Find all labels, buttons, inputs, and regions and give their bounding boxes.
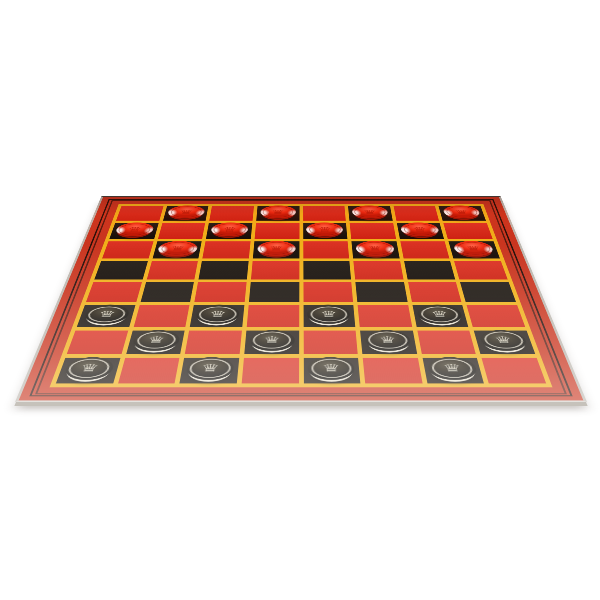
piece-ring xyxy=(403,224,437,236)
square-r8c6 xyxy=(363,358,423,384)
square-r1c3 xyxy=(209,206,253,221)
red-checker[interactable]: ♛ xyxy=(306,222,343,236)
square-r8c2 xyxy=(118,358,180,384)
piece-ring xyxy=(310,306,348,322)
square-r1c5 xyxy=(303,206,346,221)
piece-ring xyxy=(170,207,203,218)
square-r4c7[interactable] xyxy=(404,261,456,280)
crown-emblem: ♛ xyxy=(442,363,463,373)
crown-emblem: ♛ xyxy=(146,335,166,344)
crown-emblem: ♛ xyxy=(454,209,470,215)
red-checker[interactable]: ♛ xyxy=(157,241,199,256)
square-r5c3 xyxy=(195,282,247,302)
red-checker[interactable]: ♛ xyxy=(400,222,440,236)
square-r3c5 xyxy=(303,241,349,258)
square-r4c5[interactable] xyxy=(303,261,351,280)
square-r4c2 xyxy=(146,261,198,280)
square-r3c6[interactable]: ♛ xyxy=(352,241,400,258)
square-r6c1[interactable]: ♛ xyxy=(77,305,135,327)
square-r5c5 xyxy=(303,282,353,302)
crown-emblem: ♛ xyxy=(126,226,143,232)
square-r6c4 xyxy=(247,305,299,327)
red-checker[interactable]: ♛ xyxy=(210,222,249,236)
square-r7c5 xyxy=(303,330,358,354)
piece-ring xyxy=(455,242,492,254)
red-checker[interactable]: ♛ xyxy=(114,222,155,236)
crown-emblem: ♛ xyxy=(271,209,286,215)
crown-emblem: ♛ xyxy=(209,310,227,319)
square-r2c2 xyxy=(158,223,206,239)
black-checker[interactable]: ♛ xyxy=(195,305,241,324)
square-r5c1 xyxy=(86,282,142,302)
crown-emblem: ♛ xyxy=(465,245,483,252)
square-r5c2[interactable] xyxy=(140,282,194,302)
square-r7c4[interactable]: ♛ xyxy=(244,330,299,354)
square-r6c5[interactable]: ♛ xyxy=(303,305,355,327)
square-r1c7 xyxy=(393,206,439,221)
checkers-board: ♛♛♛♛♛♛♛♛♛♛♛♛♛♛♛♛♛♛♛♛♛♛♛♛ xyxy=(15,196,587,402)
crown-emblem: ♛ xyxy=(178,209,194,215)
crown-emblem: ♛ xyxy=(222,226,238,232)
crown-emblem: ♛ xyxy=(367,245,383,252)
square-r8c5[interactable]: ♛ xyxy=(303,358,360,384)
square-r1c2[interactable]: ♛ xyxy=(163,206,209,221)
square-r3c1 xyxy=(102,241,153,258)
square-r2c3[interactable]: ♛ xyxy=(206,223,252,239)
board-grid: ♛♛♛♛♛♛♛♛♛♛♛♛♛♛♛♛♛♛♛♛♛♛♛♛ xyxy=(50,204,553,388)
crown-emblem: ♛ xyxy=(200,363,220,373)
piece-ring xyxy=(358,242,393,254)
piece-ring xyxy=(309,224,341,236)
piece-ring xyxy=(117,224,152,236)
black-checker[interactable]: ♛ xyxy=(364,330,412,351)
square-r8c7[interactable]: ♛ xyxy=(422,358,484,384)
square-r3c4[interactable]: ♛ xyxy=(253,241,299,258)
piece-ring xyxy=(482,332,526,349)
square-r2c1[interactable]: ♛ xyxy=(109,223,158,239)
square-r3c2[interactable]: ♛ xyxy=(152,241,202,258)
crown-emblem: ♛ xyxy=(493,335,514,344)
square-r2c7[interactable]: ♛ xyxy=(397,223,445,239)
board-perspective-wrap: ♛♛♛♛♛♛♛♛♛♛♛♛♛♛♛♛♛♛♛♛♛♛♛♛ xyxy=(15,0,587,402)
piece-ring xyxy=(66,359,112,378)
red-checker[interactable]: ♛ xyxy=(452,241,495,256)
black-checker[interactable]: ♛ xyxy=(62,357,116,380)
crown-emblem: ♛ xyxy=(317,226,332,232)
square-r1c1 xyxy=(116,206,163,221)
square-r4c1[interactable] xyxy=(94,261,147,280)
piece-ring xyxy=(354,207,386,218)
crown-emblem: ♛ xyxy=(263,335,281,344)
square-r7c8[interactable]: ♛ xyxy=(474,330,535,354)
square-r2c8 xyxy=(444,223,493,239)
square-r5c4[interactable] xyxy=(249,282,299,302)
square-r6c6 xyxy=(358,305,412,327)
crown-emblem: ♛ xyxy=(97,310,117,319)
square-r7c3 xyxy=(185,330,242,354)
piece-ring xyxy=(259,242,292,254)
square-r6c3[interactable]: ♛ xyxy=(190,305,244,327)
red-checker[interactable]: ♛ xyxy=(442,205,482,218)
square-r4c8 xyxy=(454,261,507,280)
red-checker[interactable]: ♛ xyxy=(351,205,388,218)
crown-emblem: ♛ xyxy=(362,209,377,215)
black-checker[interactable]: ♛ xyxy=(249,330,295,351)
crown-emblem: ♛ xyxy=(378,335,397,344)
piece-ring xyxy=(189,359,232,378)
square-r2c4 xyxy=(255,223,300,239)
black-checker[interactable]: ♛ xyxy=(307,305,351,324)
square-r7c7 xyxy=(417,330,476,354)
square-r6c7[interactable]: ♛ xyxy=(412,305,468,327)
crown-emblem: ♛ xyxy=(320,310,338,319)
square-r7c6[interactable]: ♛ xyxy=(360,330,417,354)
crown-emblem: ♛ xyxy=(78,363,100,373)
black-checker[interactable]: ♛ xyxy=(308,357,356,380)
piece-ring xyxy=(213,224,246,236)
black-checker[interactable]: ♛ xyxy=(478,330,530,351)
piece-ring xyxy=(311,359,352,378)
black-checker[interactable]: ♛ xyxy=(427,357,479,380)
crown-emblem: ♛ xyxy=(412,226,428,232)
square-r4c4 xyxy=(251,261,299,280)
piece-ring xyxy=(445,207,479,218)
red-checker[interactable]: ♛ xyxy=(257,241,296,256)
square-r6c8 xyxy=(467,305,525,327)
square-r5c6[interactable] xyxy=(356,282,408,302)
black-checker[interactable]: ♛ xyxy=(131,330,181,351)
piece-ring xyxy=(135,332,178,349)
square-r7c1 xyxy=(67,330,128,354)
square-r2c5[interactable]: ♛ xyxy=(303,223,348,239)
square-r5c8[interactable] xyxy=(460,282,516,302)
square-r8c3[interactable]: ♛ xyxy=(180,358,240,384)
square-r8c1[interactable]: ♛ xyxy=(56,358,120,384)
square-r1c4[interactable]: ♛ xyxy=(256,206,299,221)
square-r1c6[interactable]: ♛ xyxy=(348,206,392,221)
piece-ring xyxy=(420,306,461,322)
piece-ring xyxy=(160,242,196,254)
piece-ring xyxy=(262,207,293,218)
square-r3c7 xyxy=(400,241,450,258)
square-r4c3[interactable] xyxy=(199,261,249,280)
red-checker[interactable]: ♛ xyxy=(167,205,206,218)
crown-emblem: ♛ xyxy=(430,310,449,319)
square-r6c2 xyxy=(133,305,189,327)
crown-emblem: ♛ xyxy=(322,363,341,373)
piece-ring xyxy=(252,332,291,349)
black-checker[interactable]: ♛ xyxy=(185,357,235,380)
crown-emblem: ♛ xyxy=(169,245,186,252)
piece-ring xyxy=(198,306,237,322)
square-r3c8[interactable]: ♛ xyxy=(449,241,500,258)
photo-background: ♛♛♛♛♛♛♛♛♛♛♛♛♛♛♛♛♛♛♛♛♛♛♛♛ xyxy=(0,0,600,600)
square-r2c6 xyxy=(350,223,396,239)
piece-ring xyxy=(368,332,409,349)
black-checker[interactable]: ♛ xyxy=(82,305,131,324)
black-checker[interactable]: ♛ xyxy=(416,305,463,324)
crown-emblem: ♛ xyxy=(269,245,285,252)
square-r8c8 xyxy=(482,358,546,384)
piece-ring xyxy=(86,306,128,322)
piece-ring xyxy=(430,359,475,378)
red-checker[interactable]: ♛ xyxy=(355,241,395,256)
square-r8c4 xyxy=(242,358,299,384)
square-r4c6 xyxy=(353,261,403,280)
square-r5c7 xyxy=(408,282,462,302)
square-r1c8[interactable]: ♛ xyxy=(439,206,486,221)
square-r7c2[interactable]: ♛ xyxy=(126,330,185,354)
red-checker[interactable]: ♛ xyxy=(260,205,296,218)
square-r3c3 xyxy=(203,241,251,258)
